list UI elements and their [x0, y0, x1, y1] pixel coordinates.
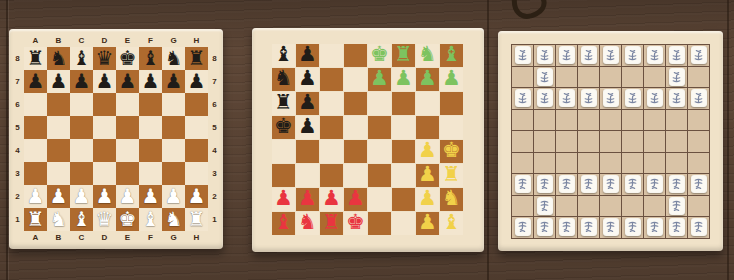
- square-e7[interactable]: ♟: [116, 70, 139, 93]
- shogi-square-r5c1[interactable]: [512, 131, 534, 153]
- shogi-piece-pawn-gote[interactable]: [581, 89, 597, 107]
- four-army-square-r7c6[interactable]: [392, 188, 415, 211]
- square-g5[interactable]: [162, 116, 185, 139]
- piece-wP[interactable]: ♟: [165, 186, 183, 206]
- shogi-square-r8c9[interactable]: [688, 196, 710, 218]
- square-d4[interactable]: [93, 139, 116, 162]
- square-b2[interactable]: ♟: [47, 185, 70, 208]
- square-f6[interactable]: [139, 93, 162, 116]
- shogi-square-r5c7[interactable]: [644, 131, 666, 153]
- four-army-square-r2c3[interactable]: [320, 68, 343, 91]
- square-a5[interactable]: [24, 116, 47, 139]
- shogi-square-r3c7[interactable]: [644, 88, 666, 110]
- four-army-square-r3c8[interactable]: [440, 92, 463, 115]
- square-e5[interactable]: [116, 116, 139, 139]
- piece-gP[interactable]: ♟: [394, 68, 413, 89]
- shogi-square-r9c8[interactable]: [666, 217, 688, 239]
- square-f7[interactable]: ♟: [139, 70, 162, 93]
- shogi-square-r2c7[interactable]: [644, 67, 666, 89]
- piece-yB[interactable]: ♝: [442, 212, 461, 233]
- square-a4[interactable]: [24, 139, 47, 162]
- four-army-square-r8c2[interactable]: ♞: [296, 212, 319, 235]
- shogi-square-r5c4[interactable]: [578, 131, 600, 153]
- square-c8[interactable]: ♝: [70, 47, 93, 70]
- piece-bP[interactable]: ♟: [142, 71, 160, 91]
- square-c5[interactable]: [70, 116, 93, 139]
- shogi-square-r4c9[interactable]: [688, 110, 710, 132]
- square-g2[interactable]: ♟: [162, 185, 185, 208]
- shogi-square-r4c8[interactable]: [666, 110, 688, 132]
- four-army-square-r5c7[interactable]: ♟: [416, 140, 439, 163]
- piece-wP[interactable]: ♟: [73, 186, 91, 206]
- piece-gB[interactable]: ♝: [442, 44, 461, 65]
- piece-wN[interactable]: ♞: [165, 209, 183, 229]
- shogi-piece-king-gote[interactable]: [603, 46, 619, 64]
- shogi-square-r3c8[interactable]: [666, 88, 688, 110]
- piece-bN[interactable]: ♞: [165, 48, 183, 68]
- square-h8[interactable]: ♜: [185, 47, 208, 70]
- shogi-square-r6c3[interactable]: [556, 153, 578, 175]
- shogi-square-r3c2[interactable]: [534, 88, 556, 110]
- shogi-square-r1c2[interactable]: [534, 45, 556, 67]
- shogi-square-r6c5[interactable]: [600, 153, 622, 175]
- piece-gP[interactable]: ♟: [442, 68, 461, 89]
- four-army-square-r8c6[interactable]: [392, 212, 415, 235]
- shogi-square-r5c2[interactable]: [534, 131, 556, 153]
- square-g6[interactable]: [162, 93, 185, 116]
- four-army-square-r4c5[interactable]: [368, 116, 391, 139]
- square-g3[interactable]: [162, 162, 185, 185]
- shogi-piece-silver-gote[interactable]: [647, 46, 663, 64]
- square-d2[interactable]: ♟: [93, 185, 116, 208]
- four-army-square-r7c3[interactable]: ♟: [320, 188, 343, 211]
- piece-bP[interactable]: ♟: [96, 71, 114, 91]
- shogi-square-r1c4[interactable]: [578, 45, 600, 67]
- four-army-square-r1c3[interactable]: [320, 44, 343, 67]
- piece-bP[interactable]: ♟: [50, 71, 68, 91]
- square-f8[interactable]: ♝: [139, 47, 162, 70]
- piece-bQ[interactable]: ♛: [96, 48, 114, 68]
- square-a6[interactable]: [24, 93, 47, 116]
- shogi-square-r4c3[interactable]: [556, 110, 578, 132]
- shogi-square-r9c7[interactable]: [644, 217, 666, 239]
- piece-wP[interactable]: ♟: [119, 186, 137, 206]
- four-army-square-r1c1[interactable]: ♝: [272, 44, 295, 67]
- shogi-square-r7c3[interactable]: [556, 174, 578, 196]
- piece-yP[interactable]: ♟: [418, 140, 437, 161]
- shogi-square-r3c1[interactable]: [512, 88, 534, 110]
- square-g8[interactable]: ♞: [162, 47, 185, 70]
- four-army-square-r8c7[interactable]: ♟: [416, 212, 439, 235]
- shogi-square-r8c7[interactable]: [644, 196, 666, 218]
- piece-rK[interactable]: ♚: [346, 212, 365, 233]
- piece-wQ[interactable]: ♛: [96, 209, 114, 229]
- shogi-square-r7c9[interactable]: [688, 174, 710, 196]
- shogi-square-r1c7[interactable]: [644, 45, 666, 67]
- shogi-square-r3c4[interactable]: [578, 88, 600, 110]
- shogi-piece-pawn-sente[interactable]: [581, 175, 597, 193]
- square-b5[interactable]: [47, 116, 70, 139]
- four-army-square-r4c4[interactable]: [344, 116, 367, 139]
- square-e2[interactable]: ♟: [116, 185, 139, 208]
- four-army-square-r7c1[interactable]: ♟: [272, 188, 295, 211]
- shogi-piece-knight-gote[interactable]: [669, 46, 685, 64]
- piece-bB[interactable]: ♝: [73, 48, 91, 68]
- four-army-square-r5c8[interactable]: ♚: [440, 140, 463, 163]
- square-c6[interactable]: [70, 93, 93, 116]
- shogi-piece-pawn-gote[interactable]: [647, 89, 663, 107]
- shogi-piece-bishop-gote[interactable]: [669, 68, 685, 86]
- four-army-square-r2c6[interactable]: ♟: [392, 68, 415, 91]
- shogi-piece-silver-gote[interactable]: [559, 46, 575, 64]
- four-army-square-r6c2[interactable]: [296, 164, 319, 187]
- shogi-piece-lance-gote[interactable]: [515, 46, 531, 64]
- square-a1[interactable]: ♜: [24, 208, 47, 231]
- piece-bP[interactable]: ♟: [298, 116, 317, 137]
- shogi-piece-lance-gote[interactable]: [691, 46, 707, 64]
- shogi-square-r4c7[interactable]: [644, 110, 666, 132]
- four-army-square-r7c4[interactable]: ♟: [344, 188, 367, 211]
- four-army-square-r3c7[interactable]: [416, 92, 439, 115]
- shogi-square-r6c9[interactable]: [688, 153, 710, 175]
- piece-rP[interactable]: ♟: [274, 188, 293, 209]
- piece-yN[interactable]: ♞: [442, 188, 461, 209]
- shogi-square-r8c8[interactable]: [666, 196, 688, 218]
- piece-rB[interactable]: ♝: [274, 212, 293, 233]
- four-army-square-r3c2[interactable]: ♟: [296, 92, 319, 115]
- shogi-square-r1c8[interactable]: [666, 45, 688, 67]
- shogi-piece-pawn-gote[interactable]: [603, 89, 619, 107]
- piece-rP[interactable]: ♟: [346, 188, 365, 209]
- piece-yK[interactable]: ♚: [442, 140, 461, 161]
- shogi-square-r7c2[interactable]: [534, 174, 556, 196]
- shogi-square-r5c6[interactable]: [622, 131, 644, 153]
- four-army-square-r6c1[interactable]: [272, 164, 295, 187]
- four-army-square-r7c5[interactable]: [368, 188, 391, 211]
- square-h1[interactable]: ♜: [185, 208, 208, 231]
- shogi-piece-bishop-sente[interactable]: [537, 197, 553, 215]
- square-b1[interactable]: ♞: [47, 208, 70, 231]
- four-army-square-r4c2[interactable]: ♟: [296, 116, 319, 139]
- four-army-square-r7c7[interactable]: ♟: [416, 188, 439, 211]
- four-army-square-r8c1[interactable]: ♝: [272, 212, 295, 235]
- shogi-square-r4c4[interactable]: [578, 110, 600, 132]
- shogi-square-r3c6[interactable]: [622, 88, 644, 110]
- shogi-piece-pawn-sente[interactable]: [647, 175, 663, 193]
- shogi-square-r6c2[interactable]: [534, 153, 556, 175]
- piece-bP[interactable]: ♟: [298, 68, 317, 89]
- square-b3[interactable]: [47, 162, 70, 185]
- square-d1[interactable]: ♛: [93, 208, 116, 231]
- piece-rP[interactable]: ♟: [322, 188, 341, 209]
- square-g1[interactable]: ♞: [162, 208, 185, 231]
- shogi-piece-rook-sente[interactable]: [669, 197, 685, 215]
- square-c7[interactable]: ♟: [70, 70, 93, 93]
- shogi-square-r9c9[interactable]: [688, 217, 710, 239]
- square-h5[interactable]: [185, 116, 208, 139]
- shogi-square-r9c1[interactable]: [512, 217, 534, 239]
- shogi-square-r3c9[interactable]: [688, 88, 710, 110]
- shogi-square-r2c4[interactable]: [578, 67, 600, 89]
- shogi-square-r1c1[interactable]: [512, 45, 534, 67]
- four-army-square-r3c6[interactable]: [392, 92, 415, 115]
- piece-gR[interactable]: ♜: [394, 44, 413, 65]
- square-b6[interactable]: [47, 93, 70, 116]
- square-f5[interactable]: [139, 116, 162, 139]
- shogi-square-r1c3[interactable]: [556, 45, 578, 67]
- piece-bP[interactable]: ♟: [298, 44, 317, 65]
- shogi-piece-silver-sente[interactable]: [559, 218, 575, 236]
- shogi-piece-pawn-sente[interactable]: [515, 175, 531, 193]
- shogi-piece-knight-sente[interactable]: [669, 218, 685, 236]
- shogi-square-r8c2[interactable]: [534, 196, 556, 218]
- shogi-piece-gold-gote[interactable]: [581, 46, 597, 64]
- square-b7[interactable]: ♟: [47, 70, 70, 93]
- shogi-square-r5c3[interactable]: [556, 131, 578, 153]
- four-army-square-r1c4[interactable]: [344, 44, 367, 67]
- piece-bP[interactable]: ♟: [119, 71, 137, 91]
- piece-bN[interactable]: ♞: [50, 48, 68, 68]
- square-e1[interactable]: ♚: [116, 208, 139, 231]
- piece-bR[interactable]: ♜: [274, 92, 293, 113]
- square-d7[interactable]: ♟: [93, 70, 116, 93]
- four-army-square-r3c5[interactable]: [368, 92, 391, 115]
- piece-bK[interactable]: ♚: [274, 116, 293, 137]
- square-f4[interactable]: [139, 139, 162, 162]
- square-e6[interactable]: [116, 93, 139, 116]
- shogi-piece-pawn-sente[interactable]: [559, 175, 575, 193]
- four-army-square-r4c7[interactable]: [416, 116, 439, 139]
- shogi-square-r7c1[interactable]: [512, 174, 534, 196]
- piece-bB[interactable]: ♝: [274, 44, 293, 65]
- piece-yP[interactable]: ♟: [418, 188, 437, 209]
- piece-wR[interactable]: ♜: [27, 209, 45, 229]
- shogi-square-r9c6[interactable]: [622, 217, 644, 239]
- shogi-piece-gold-gote[interactable]: [625, 46, 641, 64]
- square-c4[interactable]: [70, 139, 93, 162]
- square-f2[interactable]: ♟: [139, 185, 162, 208]
- square-e8[interactable]: ♚: [116, 47, 139, 70]
- piece-wP[interactable]: ♟: [27, 186, 45, 206]
- piece-wP[interactable]: ♟: [96, 186, 114, 206]
- piece-gP[interactable]: ♟: [418, 68, 437, 89]
- square-c2[interactable]: ♟: [70, 185, 93, 208]
- four-army-square-r5c2[interactable]: [296, 140, 319, 163]
- shogi-square-r2c6[interactable]: [622, 67, 644, 89]
- four-army-square-r4c8[interactable]: [440, 116, 463, 139]
- four-army-square-r6c4[interactable]: [344, 164, 367, 187]
- shogi-square-r1c9[interactable]: [688, 45, 710, 67]
- shogi-square-r5c5[interactable]: [600, 131, 622, 153]
- four-army-square-r1c8[interactable]: ♝: [440, 44, 463, 67]
- shogi-square-r6c6[interactable]: [622, 153, 644, 175]
- shogi-square-r9c3[interactable]: [556, 217, 578, 239]
- square-b8[interactable]: ♞: [47, 47, 70, 70]
- shogi-piece-pawn-gote[interactable]: [515, 89, 531, 107]
- square-b4[interactable]: [47, 139, 70, 162]
- four-army-square-r6c3[interactable]: [320, 164, 343, 187]
- square-h4[interactable]: [185, 139, 208, 162]
- four-army-square-r2c8[interactable]: ♟: [440, 68, 463, 91]
- shogi-square-r7c4[interactable]: [578, 174, 600, 196]
- shogi-square-r4c1[interactable]: [512, 110, 534, 132]
- four-army-square-r7c2[interactable]: ♟: [296, 188, 319, 211]
- piece-gP[interactable]: ♟: [370, 68, 389, 89]
- shogi-square-r4c6[interactable]: [622, 110, 644, 132]
- piece-gK[interactable]: ♚: [370, 44, 389, 65]
- piece-gN[interactable]: ♞: [418, 44, 437, 65]
- four-army-square-r4c3[interactable]: [320, 116, 343, 139]
- square-d8[interactable]: ♛: [93, 47, 116, 70]
- four-army-square-r2c1[interactable]: ♞: [272, 68, 295, 91]
- shogi-square-r4c5[interactable]: [600, 110, 622, 132]
- square-d3[interactable]: [93, 162, 116, 185]
- four-army-square-r8c5[interactable]: [368, 212, 391, 235]
- four-army-square-r6c6[interactable]: [392, 164, 415, 187]
- piece-rP[interactable]: ♟: [298, 188, 317, 209]
- shogi-square-r3c3[interactable]: [556, 88, 578, 110]
- shogi-square-r8c4[interactable]: [578, 196, 600, 218]
- piece-bN[interactable]: ♞: [274, 68, 293, 89]
- shogi-square-r6c7[interactable]: [644, 153, 666, 175]
- shogi-piece-lance-sente[interactable]: [515, 218, 531, 236]
- piece-wP[interactable]: ♟: [188, 186, 206, 206]
- shogi-piece-rook-gote[interactable]: [537, 68, 553, 86]
- square-a2[interactable]: ♟: [24, 185, 47, 208]
- shogi-piece-pawn-sente[interactable]: [691, 175, 707, 193]
- shogi-square-r2c8[interactable]: [666, 67, 688, 89]
- piece-bP[interactable]: ♟: [298, 92, 317, 113]
- piece-rR[interactable]: ♜: [322, 212, 341, 233]
- shogi-square-r7c6[interactable]: [622, 174, 644, 196]
- four-army-square-r6c5[interactable]: [368, 164, 391, 187]
- shogi-piece-silver-sente[interactable]: [647, 218, 663, 236]
- shogi-square-r1c6[interactable]: [622, 45, 644, 67]
- square-d5[interactable]: [93, 116, 116, 139]
- piece-yP[interactable]: ♟: [418, 212, 437, 233]
- square-a3[interactable]: [24, 162, 47, 185]
- square-e3[interactable]: [116, 162, 139, 185]
- piece-yR[interactable]: ♜: [442, 164, 461, 185]
- piece-wR[interactable]: ♜: [188, 209, 206, 229]
- shogi-piece-lance-sente[interactable]: [691, 218, 707, 236]
- shogi-square-r9c2[interactable]: [534, 217, 556, 239]
- piece-wB[interactable]: ♝: [73, 209, 91, 229]
- piece-wP[interactable]: ♟: [142, 186, 160, 206]
- piece-rN[interactable]: ♞: [298, 212, 317, 233]
- shogi-square-r5c8[interactable]: [666, 131, 688, 153]
- shogi-piece-knight-sente[interactable]: [537, 218, 553, 236]
- shogi-piece-knight-gote[interactable]: [537, 46, 553, 64]
- four-army-square-r3c4[interactable]: [344, 92, 367, 115]
- shogi-square-r6c8[interactable]: [666, 153, 688, 175]
- four-army-square-r4c1[interactable]: ♚: [272, 116, 295, 139]
- four-army-square-r8c4[interactable]: ♚: [344, 212, 367, 235]
- shogi-piece-pawn-gote[interactable]: [559, 89, 575, 107]
- shogi-piece-pawn-gote[interactable]: [537, 89, 553, 107]
- shogi-square-r7c8[interactable]: [666, 174, 688, 196]
- four-army-square-r2c2[interactable]: ♟: [296, 68, 319, 91]
- shogi-piece-gold-sente[interactable]: [625, 218, 641, 236]
- piece-bB[interactable]: ♝: [142, 48, 160, 68]
- piece-wK[interactable]: ♚: [119, 209, 137, 229]
- shogi-square-r2c1[interactable]: [512, 67, 534, 89]
- square-f1[interactable]: ♝: [139, 208, 162, 231]
- four-army-square-r3c1[interactable]: ♜: [272, 92, 295, 115]
- piece-yP[interactable]: ♟: [418, 164, 437, 185]
- square-a8[interactable]: ♜: [24, 47, 47, 70]
- shogi-square-r2c3[interactable]: [556, 67, 578, 89]
- piece-wB[interactable]: ♝: [142, 209, 160, 229]
- shogi-square-r8c5[interactable]: [600, 196, 622, 218]
- four-army-square-r5c6[interactable]: [392, 140, 415, 163]
- four-army-square-r2c5[interactable]: ♟: [368, 68, 391, 91]
- square-a7[interactable]: ♟: [24, 70, 47, 93]
- four-army-square-r5c1[interactable]: [272, 140, 295, 163]
- square-g4[interactable]: [162, 139, 185, 162]
- piece-bR[interactable]: ♜: [188, 48, 206, 68]
- shogi-square-r6c1[interactable]: [512, 153, 534, 175]
- piece-bP[interactable]: ♟: [73, 71, 91, 91]
- piece-bP[interactable]: ♟: [165, 71, 183, 91]
- shogi-square-r7c5[interactable]: [600, 174, 622, 196]
- four-army-square-r5c5[interactable]: [368, 140, 391, 163]
- shogi-piece-pawn-sente[interactable]: [537, 175, 553, 193]
- shogi-square-r8c1[interactable]: [512, 196, 534, 218]
- shogi-square-r4c2[interactable]: [534, 110, 556, 132]
- shogi-square-r2c5[interactable]: [600, 67, 622, 89]
- square-h6[interactable]: [185, 93, 208, 116]
- four-army-square-r4c6[interactable]: [392, 116, 415, 139]
- piece-bR[interactable]: ♜: [27, 48, 45, 68]
- shogi-square-r8c6[interactable]: [622, 196, 644, 218]
- piece-bP[interactable]: ♟: [27, 71, 45, 91]
- four-army-square-r2c7[interactable]: ♟: [416, 68, 439, 91]
- square-c1[interactable]: ♝: [70, 208, 93, 231]
- shogi-square-r1c5[interactable]: [600, 45, 622, 67]
- square-c3[interactable]: [70, 162, 93, 185]
- shogi-square-r9c5[interactable]: [600, 217, 622, 239]
- shogi-piece-pawn-sente[interactable]: [603, 175, 619, 193]
- shogi-square-r8c3[interactable]: [556, 196, 578, 218]
- four-army-square-r1c2[interactable]: ♟: [296, 44, 319, 67]
- shogi-piece-pawn-gote[interactable]: [625, 89, 641, 107]
- four-army-square-r1c7[interactable]: ♞: [416, 44, 439, 67]
- shogi-piece-pawn-sente[interactable]: [669, 175, 685, 193]
- four-army-square-r7c8[interactable]: ♞: [440, 188, 463, 211]
- piece-wP[interactable]: ♟: [50, 186, 68, 206]
- shogi-square-r6c4[interactable]: [578, 153, 600, 175]
- four-army-square-r1c6[interactable]: ♜: [392, 44, 415, 67]
- four-army-square-r6c7[interactable]: ♟: [416, 164, 439, 187]
- shogi-square-r2c2[interactable]: [534, 67, 556, 89]
- square-e4[interactable]: [116, 139, 139, 162]
- square-h7[interactable]: ♟: [185, 70, 208, 93]
- piece-bK[interactable]: ♚: [119, 48, 137, 68]
- square-h2[interactable]: ♟: [185, 185, 208, 208]
- square-h3[interactable]: [185, 162, 208, 185]
- shogi-piece-pawn-gote[interactable]: [669, 89, 685, 107]
- four-army-square-r5c3[interactable]: [320, 140, 343, 163]
- four-army-square-r3c3[interactable]: [320, 92, 343, 115]
- four-army-square-r8c8[interactable]: ♝: [440, 212, 463, 235]
- piece-bP[interactable]: ♟: [188, 71, 206, 91]
- shogi-square-r2c9[interactable]: [688, 67, 710, 89]
- shogi-square-r9c4[interactable]: [578, 217, 600, 239]
- square-d6[interactable]: [93, 93, 116, 116]
- four-army-square-r5c4[interactable]: [344, 140, 367, 163]
- four-army-square-r2c4[interactable]: [344, 68, 367, 91]
